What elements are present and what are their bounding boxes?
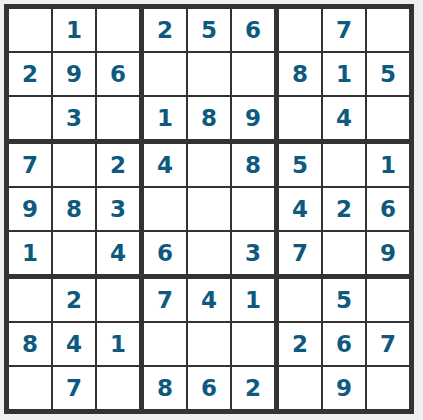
cell-r2c8: 1 <box>323 53 367 97</box>
cell-r9c8: 9 <box>323 367 367 409</box>
cell-r1c2: 1 <box>53 9 97 53</box>
cell-r4c3: 2 <box>97 144 144 188</box>
cell-r3c9[interactable] <box>367 97 409 144</box>
cell-r5c1: 9 <box>9 188 53 232</box>
cell-r4c9: 1 <box>367 144 409 188</box>
cell-r3c4: 1 <box>144 97 188 144</box>
cell-r4c6: 8 <box>232 144 279 188</box>
cell-r7c1[interactable] <box>9 279 53 323</box>
cell-r2c4[interactable] <box>144 53 188 97</box>
cell-r5c4[interactable] <box>144 188 188 232</box>
cell-r2c6[interactable] <box>232 53 279 97</box>
cell-r3c7[interactable] <box>279 97 323 144</box>
cell-r9c6: 2 <box>232 367 279 409</box>
cell-r4c1: 7 <box>9 144 53 188</box>
cell-r8c2: 4 <box>53 323 97 367</box>
cell-r5c7: 4 <box>279 188 323 232</box>
cell-r8c7: 2 <box>279 323 323 367</box>
cell-r1c4: 2 <box>144 9 188 53</box>
cell-r4c5[interactable] <box>188 144 232 188</box>
cell-r4c4: 4 <box>144 144 188 188</box>
cell-r8c1: 8 <box>9 323 53 367</box>
cell-r9c7[interactable] <box>279 367 323 409</box>
cell-r3c8: 4 <box>323 97 367 144</box>
cell-r6c2[interactable] <box>53 232 97 279</box>
cell-r8c6[interactable] <box>232 323 279 367</box>
cell-r2c2: 9 <box>53 53 97 97</box>
cell-r1c8: 7 <box>323 9 367 53</box>
cell-r9c2: 7 <box>53 367 97 409</box>
cell-r6c8[interactable] <box>323 232 367 279</box>
cell-r3c6: 9 <box>232 97 279 144</box>
cell-r4c2[interactable] <box>53 144 97 188</box>
cell-r3c3[interactable] <box>97 97 144 144</box>
cell-r7c3[interactable] <box>97 279 144 323</box>
cell-r6c5[interactable] <box>188 232 232 279</box>
cell-r5c8: 2 <box>323 188 367 232</box>
cell-r6c1: 1 <box>9 232 53 279</box>
cell-r8c9: 7 <box>367 323 409 367</box>
cell-r1c9[interactable] <box>367 9 409 53</box>
cell-r1c5: 5 <box>188 9 232 53</box>
cell-r5c6[interactable] <box>232 188 279 232</box>
cell-r6c3: 4 <box>97 232 144 279</box>
cell-r2c1: 2 <box>9 53 53 97</box>
cell-r7c6: 1 <box>232 279 279 323</box>
cell-r5c9: 6 <box>367 188 409 232</box>
cell-r1c6: 6 <box>232 9 279 53</box>
cell-r9c4: 8 <box>144 367 188 409</box>
cell-r7c2: 2 <box>53 279 97 323</box>
cell-r8c3: 1 <box>97 323 144 367</box>
cell-r1c1[interactable] <box>9 9 53 53</box>
cell-r9c5: 6 <box>188 367 232 409</box>
sudoku-board: 1256729681531894724851983426146379274158… <box>4 4 414 414</box>
cell-r7c8: 5 <box>323 279 367 323</box>
cell-r2c7: 8 <box>279 53 323 97</box>
cell-r7c4: 7 <box>144 279 188 323</box>
cell-r7c5: 4 <box>188 279 232 323</box>
cell-r6c6: 3 <box>232 232 279 279</box>
cell-r7c7[interactable] <box>279 279 323 323</box>
cell-r4c8[interactable] <box>323 144 367 188</box>
cell-r9c3[interactable] <box>97 367 144 409</box>
cell-r3c2: 3 <box>53 97 97 144</box>
cell-r3c1[interactable] <box>9 97 53 144</box>
cell-r2c9: 5 <box>367 53 409 97</box>
cell-r5c3: 3 <box>97 188 144 232</box>
cell-r1c7[interactable] <box>279 9 323 53</box>
cell-r4c7: 5 <box>279 144 323 188</box>
cell-r9c9[interactable] <box>367 367 409 409</box>
cell-r3c5: 8 <box>188 97 232 144</box>
cell-r6c7: 7 <box>279 232 323 279</box>
cell-r8c4[interactable] <box>144 323 188 367</box>
cell-r7c9[interactable] <box>367 279 409 323</box>
cell-r5c2: 8 <box>53 188 97 232</box>
cell-r8c8: 6 <box>323 323 367 367</box>
cell-r1c3[interactable] <box>97 9 144 53</box>
cell-r6c4: 6 <box>144 232 188 279</box>
cell-r6c9: 9 <box>367 232 409 279</box>
cell-r2c5[interactable] <box>188 53 232 97</box>
cell-r2c3: 6 <box>97 53 144 97</box>
cell-r9c1[interactable] <box>9 367 53 409</box>
cell-r8c5[interactable] <box>188 323 232 367</box>
cell-r5c5[interactable] <box>188 188 232 232</box>
